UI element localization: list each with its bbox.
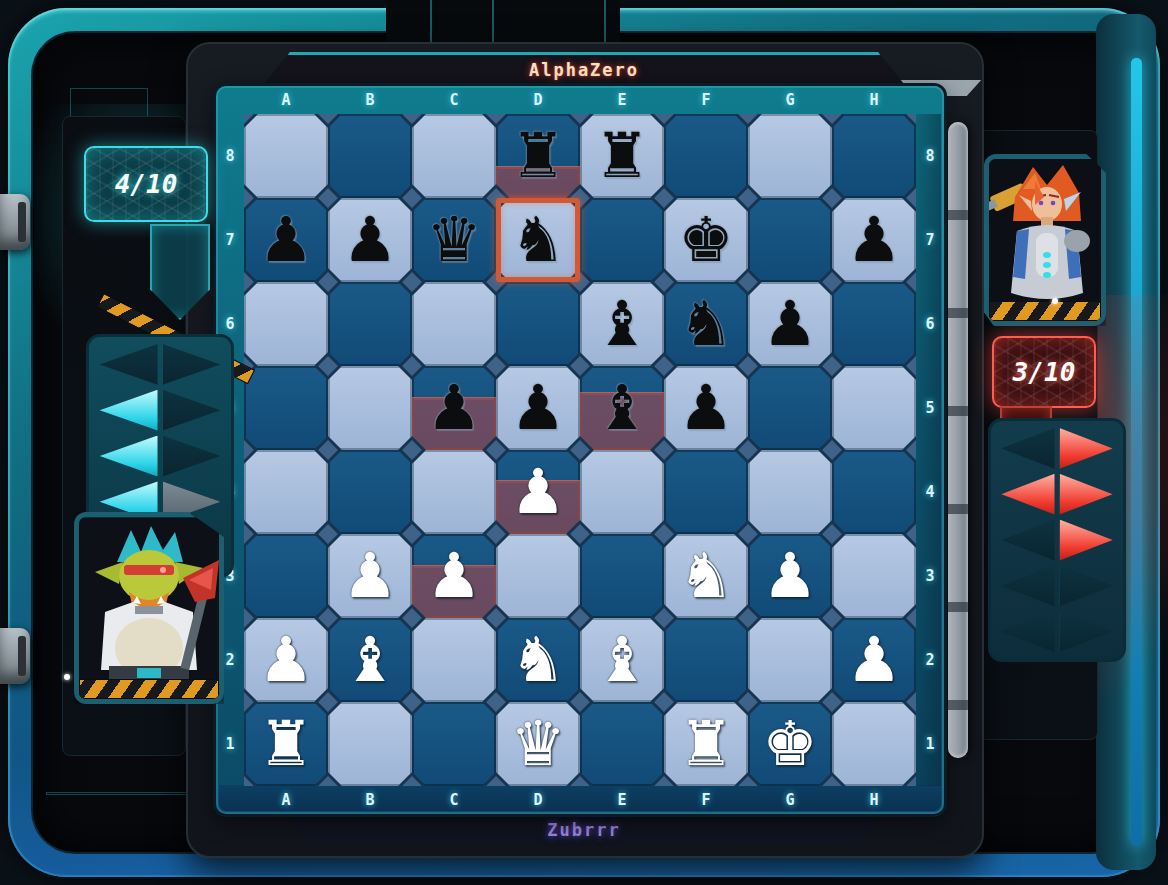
piece-black-bishop: ♝ (580, 366, 664, 450)
square-e8[interactable]: ♜ (580, 114, 664, 198)
grid-diamond (570, 524, 590, 544)
grid-diamond (402, 440, 422, 460)
indicator-triangle-dim (163, 390, 225, 431)
square-h7[interactable]: ♟ (832, 198, 916, 282)
grid-diamond (402, 608, 422, 628)
grid-diamond (822, 692, 842, 712)
grid-diamond (822, 188, 842, 208)
left-score-chip: 4/10 (84, 146, 208, 222)
indicator-triangle-lit (96, 436, 158, 477)
right-cyan-stripe (1131, 58, 1142, 846)
grid-diamond (822, 440, 842, 460)
coord-label-3: 3 (917, 534, 943, 618)
left-handle-top (0, 194, 30, 250)
grid-diamond (318, 272, 338, 292)
square-h8[interactable] (832, 114, 916, 198)
indicator-dot (1052, 298, 1058, 304)
coord-label-7: 7 (917, 198, 943, 282)
square-d6[interactable] (496, 282, 580, 366)
square-f3[interactable]: ♞ (664, 534, 748, 618)
grid-diamond (318, 692, 338, 712)
square-f5[interactable]: ♟ (664, 366, 748, 450)
grid-diamond (402, 272, 422, 292)
square-b1[interactable] (328, 702, 412, 786)
right-score-chip: 3/10 (992, 336, 1096, 408)
grid-diamond (738, 272, 758, 292)
square-e4[interactable] (580, 450, 664, 534)
square-b4[interactable] (328, 450, 412, 534)
piece-black-pawn: ♟ (664, 366, 748, 450)
square-a8[interactable] (244, 114, 328, 198)
piece-black-pawn: ♟ (496, 366, 580, 450)
selected-square-border (496, 198, 580, 282)
square-c4[interactable] (412, 450, 496, 534)
square-b5[interactable] (328, 366, 412, 450)
square-d5[interactable]: ♟ (496, 366, 580, 450)
square-e7[interactable] (580, 198, 664, 282)
coord-label-a: A (244, 87, 328, 113)
orc-grunt-illustration (79, 517, 219, 699)
indicator-triangle-dim (998, 611, 1055, 652)
square-f4[interactable] (664, 450, 748, 534)
square-c7[interactable]: ♛ (412, 198, 496, 282)
coord-label-b: B (328, 87, 412, 113)
piece-white-pawn: ♟ (832, 618, 916, 702)
hazard-stripe (79, 679, 219, 699)
square-g6[interactable]: ♟ (748, 282, 832, 366)
grid-diamond (570, 608, 590, 628)
square-a4[interactable] (244, 450, 328, 534)
coord-label-g: G (748, 87, 832, 113)
square-d4[interactable]: ♟ (496, 450, 580, 534)
grid-diamond (654, 272, 674, 292)
piece-black-rook: ♜ (580, 114, 664, 198)
piece-black-queen: ♛ (412, 198, 496, 282)
grid-diamond (822, 272, 842, 292)
coord-label-8: 8 (917, 114, 943, 198)
indicator-triangle-dim (1060, 565, 1117, 606)
grid-diamond (402, 188, 422, 208)
piece-white-queen: ♛ (496, 702, 580, 786)
coord-label-g: G (748, 787, 832, 813)
coord-label-7: 7 (217, 198, 243, 282)
square-b8[interactable] (328, 114, 412, 198)
piece-white-knight: ♞ (664, 534, 748, 618)
elf-gunner-avatar (984, 154, 1106, 326)
hazard-stripe (989, 301, 1101, 321)
square-d8[interactable]: ♜ (496, 114, 580, 198)
indicator-triangle-dim (163, 436, 225, 477)
square-h5[interactable] (832, 366, 916, 450)
square-g1[interactable]: ♚ (748, 702, 832, 786)
grid-diamond (654, 608, 674, 628)
square-g7[interactable] (748, 198, 832, 282)
piece-white-rook: ♜ (664, 702, 748, 786)
grid-diamond (822, 608, 842, 628)
grid-diamond (570, 440, 590, 460)
bottom-player-name: Zubrrr (547, 820, 620, 840)
square-d3[interactable] (496, 534, 580, 618)
grid-diamond (486, 524, 506, 544)
grid-diamond (738, 188, 758, 208)
coord-label-4: 4 (917, 450, 943, 534)
square-f6[interactable]: ♞ (664, 282, 748, 366)
coord-label-5: 5 (917, 366, 943, 450)
grid-diamond (486, 440, 506, 460)
square-a6[interactable] (244, 282, 328, 366)
grid-diamond (822, 524, 842, 544)
file-labels-top: ABCDEFGH (244, 87, 916, 113)
square-g8[interactable] (748, 114, 832, 198)
indicator-triangle-dim (998, 565, 1055, 606)
indicator-triangle-dim (96, 344, 158, 385)
piece-white-pawn: ♟ (496, 450, 580, 534)
grid-diamond (654, 440, 674, 460)
square-f8[interactable] (664, 114, 748, 198)
square-c8[interactable] (412, 114, 496, 198)
indicator-triangle-lit (96, 390, 158, 431)
coord-label-a: A (244, 787, 328, 813)
top-player-name: AlphaZero (529, 60, 639, 80)
right-score: 3/10 (1013, 357, 1076, 387)
piece-white-pawn: ♟ (412, 534, 496, 618)
grid-diamond (318, 440, 338, 460)
grid-diamond (654, 188, 674, 208)
piece-black-pawn: ♟ (412, 366, 496, 450)
indicator-triangle-lit (1060, 428, 1117, 469)
coord-label-h: H (832, 787, 916, 813)
square-h1[interactable] (832, 702, 916, 786)
coord-label-2: 2 (917, 618, 943, 702)
grid-diamond (318, 524, 338, 544)
grid-diamond (402, 692, 422, 712)
console-silver-rim (948, 122, 968, 758)
coord-label-1: 1 (917, 702, 943, 786)
piece-black-rook: ♜ (496, 114, 580, 198)
chess-board: ABCDEFGH ABCDEFGH 87654321 87654321 ♜♜♟♟… (216, 86, 944, 814)
piece-black-knight: ♞ (664, 282, 748, 366)
square-e2[interactable]: ♝ (580, 618, 664, 702)
grid-diamond (822, 356, 842, 376)
square-g5[interactable] (748, 366, 832, 450)
coord-label-d: D (496, 87, 580, 113)
square-b3[interactable]: ♟ (328, 534, 412, 618)
square-h6[interactable] (832, 282, 916, 366)
grid-diamond (738, 524, 758, 544)
square-d2[interactable]: ♞ (496, 618, 580, 702)
indicator-dot (64, 674, 70, 680)
square-b7[interactable]: ♟ (328, 198, 412, 282)
indicator-triangle-lit (1060, 474, 1117, 515)
coord-label-8: 8 (217, 114, 243, 198)
square-d1[interactable]: ♛ (496, 702, 580, 786)
piece-white-bishop: ♝ (328, 618, 412, 702)
square-a2[interactable]: ♟ (244, 618, 328, 702)
square-b2[interactable]: ♝ (328, 618, 412, 702)
square-e1[interactable] (580, 702, 664, 786)
square-e5[interactable]: ♝ (580, 366, 664, 450)
square-g3[interactable]: ♟ (748, 534, 832, 618)
indicator-triangle-dim (1060, 611, 1117, 652)
piece-black-king: ♚ (664, 198, 748, 282)
piece-white-king: ♚ (748, 702, 832, 786)
piece-white-rook: ♜ (244, 702, 328, 786)
grid-diamond (486, 608, 506, 628)
piece-white-knight: ♞ (496, 618, 580, 702)
coord-label-c: C (412, 87, 496, 113)
top-player-plate: AlphaZero (264, 52, 904, 87)
square-a5[interactable] (244, 366, 328, 450)
indicator-triangle-dim (998, 520, 1055, 561)
square-e6[interactable]: ♝ (580, 282, 664, 366)
coord-label-h: H (832, 87, 916, 113)
orc-grunt-avatar (74, 512, 224, 704)
grid-diamond (486, 692, 506, 712)
square-c1[interactable] (412, 702, 496, 786)
square-g2[interactable] (748, 618, 832, 702)
square-a1[interactable]: ♜ (244, 702, 328, 786)
square-c2[interactable] (412, 618, 496, 702)
grid-diamond (738, 608, 758, 628)
square-f7[interactable]: ♚ (664, 198, 748, 282)
left-score: 4/10 (115, 169, 178, 199)
coord-label-1: 1 (217, 702, 243, 786)
grid-diamond (570, 692, 590, 712)
coord-label-e: E (580, 787, 664, 813)
piece-black-pawn: ♟ (832, 198, 916, 282)
grid-diamond (738, 692, 758, 712)
grid-diamond (570, 356, 590, 376)
board-grid: ♜♜♟♟♛♞♚♟♝♞♟♟♟♝♟♟♟♟♞♟♟♝♞♝♟♜♛♜♚ (244, 114, 916, 786)
square-b6[interactable] (328, 282, 412, 366)
grid-diamond (738, 440, 758, 460)
square-f2[interactable] (664, 618, 748, 702)
indicator-triangle-lit (998, 474, 1055, 515)
grid-diamond (402, 356, 422, 376)
file-labels-bottom: ABCDEFGH (244, 787, 916, 813)
grid-diamond (486, 356, 506, 376)
piece-white-pawn: ♟ (328, 534, 412, 618)
grid-diamond (402, 524, 422, 544)
coord-label-b: B (328, 787, 412, 813)
square-h4[interactable] (832, 450, 916, 534)
grid-diamond (654, 524, 674, 544)
rank-labels-right: 87654321 (917, 114, 943, 786)
square-a7[interactable]: ♟ (244, 198, 328, 282)
grid-diamond (654, 356, 674, 376)
bottom-player-plate: Zubrrr (284, 812, 884, 847)
left-handle-bottom (0, 628, 30, 684)
coord-label-d: D (496, 787, 580, 813)
grid-diamond (738, 356, 758, 376)
coord-label-f: F (664, 787, 748, 813)
square-g4[interactable] (748, 450, 832, 534)
square-f1[interactable]: ♜ (664, 702, 748, 786)
square-e3[interactable] (580, 534, 664, 618)
circuit-line (46, 792, 198, 795)
square-c5[interactable]: ♟ (412, 366, 496, 450)
indicator-triangle-dim (163, 344, 225, 385)
square-a3[interactable] (244, 534, 328, 618)
piece-black-pawn: ♟ (748, 282, 832, 366)
coord-label-6: 6 (917, 282, 943, 366)
square-h3[interactable] (832, 534, 916, 618)
piece-white-pawn: ♟ (244, 618, 328, 702)
piece-black-pawn: ♟ (328, 198, 412, 282)
grid-diamond (318, 356, 338, 376)
square-c3[interactable]: ♟ (412, 534, 496, 618)
right-indicator-cluster (988, 418, 1126, 662)
coord-label-e: E (580, 87, 664, 113)
piece-black-pawn: ♟ (244, 198, 328, 282)
coord-label-f: F (664, 87, 748, 113)
coord-label-c: C (412, 787, 496, 813)
indicator-triangle-dim (998, 428, 1055, 469)
square-h2[interactable]: ♟ (832, 618, 916, 702)
indicator-triangle-lit (1060, 520, 1117, 561)
grid-diamond (654, 692, 674, 712)
elf-gunner-illustration (989, 159, 1101, 321)
square-c6[interactable] (412, 282, 496, 366)
grid-diamond (318, 608, 338, 628)
piece-black-bishop: ♝ (580, 282, 664, 366)
grid-diamond (318, 188, 338, 208)
piece-white-pawn: ♟ (748, 534, 832, 618)
piece-white-bishop: ♝ (580, 618, 664, 702)
